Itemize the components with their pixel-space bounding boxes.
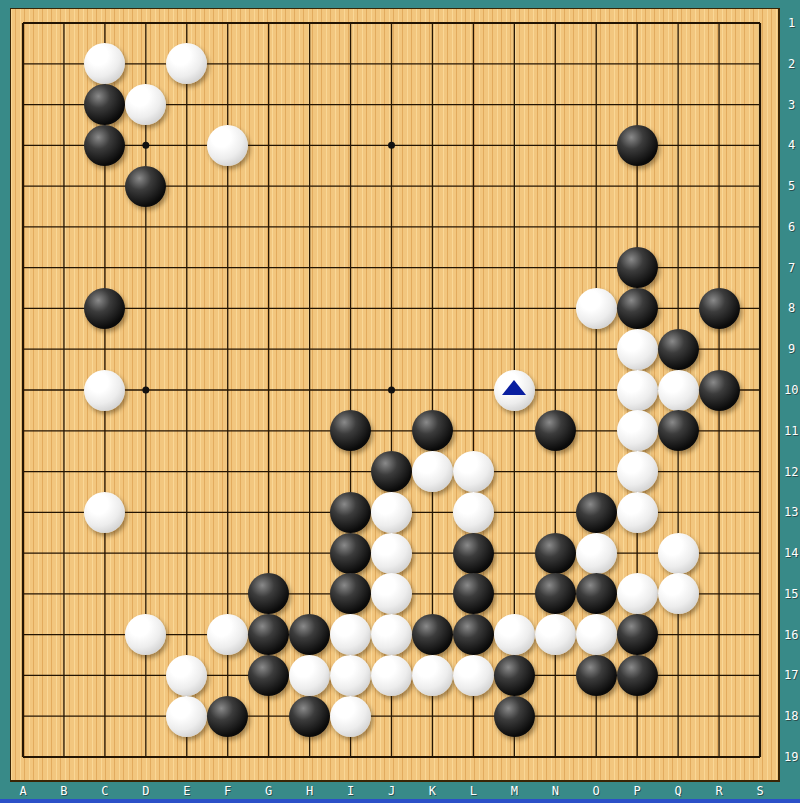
column-label-D: D: [142, 785, 149, 797]
row-label-18: 18: [784, 710, 798, 722]
stone-white-H17: [289, 655, 330, 696]
column-label-L: L: [470, 785, 477, 797]
star-point: [388, 387, 395, 394]
row-label-17: 17: [784, 669, 798, 681]
column-label-I: I: [347, 785, 354, 797]
stone-white-Q14: [658, 533, 699, 574]
stone-white-J17: [371, 655, 412, 696]
stone-white-J16: [371, 614, 412, 655]
go-board-frame: ABCDEFGHIJKLMNOPQRS 12345678910111213141…: [0, 0, 800, 803]
stone-white-M16: [494, 614, 535, 655]
stone-white-C10: [84, 370, 125, 411]
stone-white-L17: [453, 655, 494, 696]
stone-white-I18: [330, 696, 371, 737]
stone-black-L16: [453, 614, 494, 655]
stone-white-P13: [617, 492, 658, 533]
row-label-3: 3: [788, 99, 795, 111]
stone-black-I13: [330, 492, 371, 533]
column-label-K: K: [429, 785, 436, 797]
row-label-16: 16: [784, 629, 798, 641]
stone-black-J12: [371, 451, 412, 492]
stone-black-O17: [576, 655, 617, 696]
stone-black-K11: [412, 410, 453, 451]
stone-white-P10: [617, 370, 658, 411]
stone-black-M18: [494, 696, 535, 737]
column-label-S: S: [756, 785, 763, 797]
stone-black-I14: [330, 533, 371, 574]
stone-black-P8: [617, 288, 658, 329]
row-label-2: 2: [788, 58, 795, 70]
stone-white-I16: [330, 614, 371, 655]
stone-white-L12: [453, 451, 494, 492]
stone-black-P16: [617, 614, 658, 655]
row-label-5: 5: [788, 180, 795, 192]
column-label-O: O: [593, 785, 600, 797]
column-label-M: M: [511, 785, 518, 797]
stone-white-N16: [535, 614, 576, 655]
stone-white-P11: [617, 410, 658, 451]
column-label-F: F: [224, 785, 231, 797]
stone-white-F4: [207, 125, 248, 166]
stone-white-E17: [166, 655, 207, 696]
stone-white-C13: [84, 492, 125, 533]
column-label-Q: Q: [674, 785, 681, 797]
star-point: [388, 142, 395, 149]
last-move-triangle-marker: [502, 380, 526, 395]
stone-white-E18: [166, 696, 207, 737]
stone-black-K16: [412, 614, 453, 655]
stone-black-P7: [617, 247, 658, 288]
bottom-blue-bar: [0, 799, 800, 803]
star-point: [142, 142, 149, 149]
star-point: [142, 387, 149, 394]
stone-black-F18: [207, 696, 248, 737]
stone-black-Q9: [658, 329, 699, 370]
column-label-P: P: [634, 785, 641, 797]
stone-black-N15: [535, 573, 576, 614]
row-label-14: 14: [784, 547, 798, 559]
stone-black-M17: [494, 655, 535, 696]
stone-black-H18: [289, 696, 330, 737]
column-label-G: G: [265, 785, 272, 797]
stone-white-L13: [453, 492, 494, 533]
stone-white-O16: [576, 614, 617, 655]
stone-black-G17: [248, 655, 289, 696]
column-label-H: H: [306, 785, 313, 797]
stone-white-J14: [371, 533, 412, 574]
row-label-1: 1: [788, 17, 795, 29]
row-label-11: 11: [784, 425, 798, 437]
stone-white-K12: [412, 451, 453, 492]
stone-black-P17: [617, 655, 658, 696]
stone-black-N11: [535, 410, 576, 451]
stone-white-M10: [494, 370, 535, 411]
stone-black-Q11: [658, 410, 699, 451]
row-label-19: 19: [784, 751, 798, 763]
column-label-B: B: [60, 785, 67, 797]
row-label-12: 12: [784, 466, 798, 478]
row-label-9: 9: [788, 343, 795, 355]
stone-black-D5: [125, 166, 166, 207]
column-label-N: N: [552, 785, 559, 797]
stone-black-P4: [617, 125, 658, 166]
stone-white-P15: [617, 573, 658, 614]
row-label-15: 15: [784, 588, 798, 600]
row-label-8: 8: [788, 302, 795, 314]
stone-white-O14: [576, 533, 617, 574]
stone-white-O8: [576, 288, 617, 329]
stone-black-L14: [453, 533, 494, 574]
stone-black-N14: [535, 533, 576, 574]
row-label-7: 7: [788, 262, 795, 274]
stone-white-Q15: [658, 573, 699, 614]
stone-white-I17: [330, 655, 371, 696]
stone-black-C4: [84, 125, 125, 166]
stone-black-R10: [699, 370, 740, 411]
column-label-A: A: [19, 785, 26, 797]
row-label-10: 10: [784, 384, 798, 396]
stone-black-O13: [576, 492, 617, 533]
stone-black-L15: [453, 573, 494, 614]
column-label-C: C: [101, 785, 108, 797]
stone-white-K17: [412, 655, 453, 696]
stone-white-J13: [371, 492, 412, 533]
stone-black-R8: [699, 288, 740, 329]
column-label-R: R: [715, 785, 722, 797]
row-label-4: 4: [788, 139, 795, 151]
row-label-13: 13: [784, 506, 798, 518]
column-label-E: E: [183, 785, 190, 797]
row-label-6: 6: [788, 221, 795, 233]
stone-black-O15: [576, 573, 617, 614]
column-label-J: J: [388, 785, 395, 797]
stone-white-P12: [617, 451, 658, 492]
stone-black-H16: [289, 614, 330, 655]
stone-white-Q10: [658, 370, 699, 411]
stone-white-P9: [617, 329, 658, 370]
